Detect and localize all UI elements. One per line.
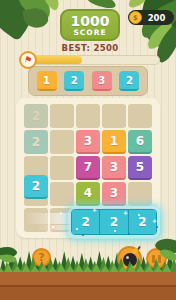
sparkle-dot: [76, 228, 78, 230]
sparkle-plus-icon: +: [123, 210, 128, 216]
sparkle-dot: [128, 233, 130, 235]
wood-plank-bar: [0, 270, 176, 300]
active-piece-tray[interactable]: 222 + + +: [68, 206, 160, 239]
board-cell[interactable]: [50, 130, 74, 154]
board-ghost-tile: 2: [24, 130, 48, 154]
booster-badge: ⚑: [19, 51, 37, 69]
board-tile: 3: [102, 182, 126, 206]
sparkle-dot: [138, 214, 140, 216]
score-panel: 1000 SCORE: [60, 9, 120, 41]
queue-tile: 2: [119, 71, 139, 91]
booster-flag-icon: ⚑: [23, 55, 33, 65]
board-cell[interactable]: [128, 182, 152, 206]
game-screen: 1000 SCORE $ 200 BEST: 2500 ⚑ 1232 22316…: [0, 0, 176, 300]
coin-count: 200: [142, 13, 174, 23]
next-queue: 1232: [28, 66, 148, 96]
board-cell[interactable]: [50, 182, 74, 206]
queue-tile: 3: [92, 71, 112, 91]
coin-counter[interactable]: $ 200: [128, 10, 174, 25]
sparkle-plus-icon: +: [152, 218, 157, 224]
sparkle-dot: [114, 230, 116, 232]
queue-tile: 2: [64, 71, 84, 91]
queue-tile: 1: [37, 71, 57, 91]
board-tile: 4: [76, 182, 100, 206]
tray-tile: 2: [72, 210, 99, 234]
score-value: 1000: [71, 14, 110, 28]
board-cell[interactable]: [76, 104, 100, 128]
board-tile: 7: [76, 156, 100, 180]
sparkle-dot: [60, 212, 62, 214]
level-progress-bar: [29, 55, 160, 65]
board-tile: 1: [102, 130, 126, 154]
board-cell[interactable]: [128, 104, 152, 128]
board-tile: 5: [128, 156, 152, 180]
sparkle-dot: [52, 226, 54, 228]
board-tile: 6: [128, 130, 152, 154]
board-cell[interactable]: [50, 104, 74, 128]
level-progress-fill: [30, 56, 82, 64]
board-ghost-tile: 2: [24, 104, 48, 128]
leaf-icon: [85, 0, 116, 9]
sparkle-dot: [156, 226, 158, 228]
coin-icon: $: [129, 11, 142, 24]
board-cell[interactable]: [102, 104, 126, 128]
board-tile: 2: [24, 175, 48, 199]
score-label: SCORE: [73, 28, 106, 37]
sparkle-plus-icon: +: [92, 207, 97, 213]
board-tile: 3: [102, 156, 126, 180]
board-tile: 3: [76, 130, 100, 154]
board-cell[interactable]: [50, 156, 74, 180]
sparkle-dot: [82, 234, 84, 236]
